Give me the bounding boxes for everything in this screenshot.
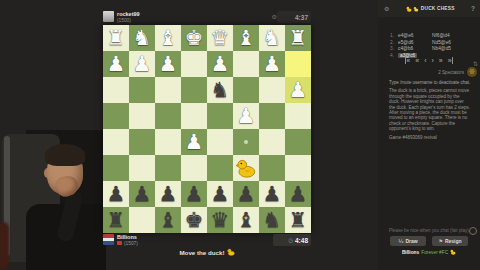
square-d3[interactable]: ♞ xyxy=(207,77,233,103)
chat-input[interactable]: Please be nice when you chat (fair play) xyxy=(389,228,469,233)
square-f1[interactable]: ♝ xyxy=(155,25,181,51)
black-pawn: ♟ xyxy=(181,181,207,207)
footer-club-name: Forever #FC xyxy=(421,250,448,255)
black-king: ♚ xyxy=(181,207,207,233)
square-a1[interactable]: ♜ xyxy=(285,25,311,51)
opponent-clock: 4:37 xyxy=(277,11,311,23)
square-f4[interactable] xyxy=(155,103,181,129)
square-d7[interactable]: ♟ xyxy=(207,181,233,207)
white-king: ♚ xyxy=(181,25,207,51)
square-a6[interactable] xyxy=(285,155,311,181)
square-e3[interactable] xyxy=(181,77,207,103)
square-f7[interactable]: ♟ xyxy=(155,181,181,207)
move-list[interactable]: 1.e4@e6Nf6@d42.e5@d6Nd5@e63.c4@b6Nb4@d54… xyxy=(390,32,474,59)
white-move[interactable]: e4@e6 xyxy=(398,33,432,38)
black-move[interactable]: Nd5@e6 xyxy=(432,40,474,45)
square-a5[interactable] xyxy=(285,129,311,155)
white-pawn: ♟ xyxy=(103,51,129,77)
black-pawn: ♟ xyxy=(259,181,285,207)
white-pawn: ♟ xyxy=(233,103,259,129)
square-h8[interactable]: ♜ xyxy=(103,207,129,233)
duckling-icon xyxy=(413,6,419,12)
white-knight: ♞ xyxy=(129,25,155,51)
square-d8[interactable]: ♛ xyxy=(207,207,233,233)
stream-scene: rocket99 (1500) ⚙ 4:37 ♜♞♝♚♛♝♞♜♟♟♟♟♟♞♟♟♟… xyxy=(0,0,480,270)
square-h4[interactable] xyxy=(103,103,129,129)
square-h1[interactable]: ♜ xyxy=(103,25,129,51)
move-nav-controls: « « ‹ › » » xyxy=(388,57,470,64)
square-e5[interactable]: ♟ xyxy=(181,129,207,155)
opponent-rating: (1500) xyxy=(117,18,131,23)
square-g4[interactable] xyxy=(129,103,155,129)
white-bishop: ♝ xyxy=(155,25,181,51)
square-c7[interactable]: ♟ xyxy=(233,181,259,207)
nav-back-button[interactable]: ‹ xyxy=(424,57,426,64)
move-row: 3.c4@b6Nb4@d5 xyxy=(390,46,474,53)
duck-icon xyxy=(406,6,412,12)
black-pawn: ♟ xyxy=(207,181,233,207)
resign-button[interactable]: ⚑ Resign xyxy=(432,236,468,246)
opponent-bar: rocket99 (1500) ⚙ 4:37 xyxy=(103,11,311,24)
black-rook: ♜ xyxy=(103,207,129,233)
square-f2[interactable]: ♟ xyxy=(155,51,181,77)
duck-icon xyxy=(227,248,235,256)
white-bishop: ♝ xyxy=(233,25,259,51)
square-c5[interactable] xyxy=(233,129,259,155)
spectator-badge xyxy=(467,67,477,77)
white-pawn: ♟ xyxy=(259,51,285,77)
chat-tip: Type /mute username to deactivate chat. xyxy=(389,80,471,85)
white-rook: ♜ xyxy=(285,25,311,51)
square-b7[interactable]: ♟ xyxy=(259,181,285,207)
chess-board[interactable]: ♜♞♝♚♛♝♞♜♟♟♟♟♟♞♟♟♟♟♟♟♟♟♟♟♟♜♝♚♛♝♞♜ xyxy=(103,25,311,233)
square-f5[interactable] xyxy=(155,129,181,155)
square-h3[interactable] xyxy=(103,77,129,103)
streamer-hair xyxy=(45,144,85,166)
square-b5[interactable] xyxy=(259,129,285,155)
variant-description: Type /mute username to deactivate chat. … xyxy=(389,80,471,140)
game-note: Game #4893069 revival xyxy=(389,135,471,140)
black-pawn: ♟ xyxy=(103,181,129,207)
square-d2[interactable]: ♟ xyxy=(207,51,233,77)
black-pawn: ♟ xyxy=(233,181,259,207)
nav-first-button[interactable]: « xyxy=(405,57,410,64)
square-c1[interactable]: ♝ xyxy=(233,25,259,51)
square-c8[interactable]: ♝ xyxy=(233,207,259,233)
opponent-name: rocket99 xyxy=(117,11,140,17)
emoji-picker-icon[interactable] xyxy=(469,227,477,235)
clock-icon: ◷ xyxy=(288,237,293,243)
square-f3[interactable] xyxy=(155,77,181,103)
nav-fast-back-button[interactable]: « xyxy=(415,57,419,64)
square-e6[interactable] xyxy=(181,155,207,181)
panel-header: ⚙ DUCK CHESS ? xyxy=(378,0,480,17)
draw-button[interactable]: ½ Draw xyxy=(390,236,426,246)
square-g6[interactable] xyxy=(129,155,155,181)
square-d6[interactable] xyxy=(207,155,233,181)
move-the-duck-prompt: Move the duck! xyxy=(103,248,311,256)
black-pawn: ♟ xyxy=(155,181,181,207)
square-c4[interactable]: ♟ xyxy=(233,103,259,129)
square-b1[interactable]: ♞ xyxy=(259,25,285,51)
black-pawn: ♟ xyxy=(285,181,311,207)
footer-player-name: Billions xyxy=(402,250,419,255)
spectators-count[interactable]: 2 Spectators xyxy=(438,70,464,75)
square-g8[interactable] xyxy=(129,207,155,233)
player-club-line: Billions Forever #FC xyxy=(378,249,480,255)
square-a3[interactable]: ♟ xyxy=(285,77,311,103)
square-e2[interactable] xyxy=(181,51,207,77)
square-c2[interactable] xyxy=(233,51,259,77)
opponent-avatar xyxy=(103,11,114,22)
square-h7[interactable]: ♟ xyxy=(103,181,129,207)
white-queen: ♛ xyxy=(207,25,233,51)
black-move[interactable]: Nf6@d4 xyxy=(432,33,474,38)
square-h2[interactable]: ♟ xyxy=(103,51,129,77)
square-b8[interactable]: ♞ xyxy=(259,207,285,233)
duck-piece[interactable] xyxy=(236,158,256,178)
draw-half-icon: ½ xyxy=(398,238,403,244)
square-h5[interactable] xyxy=(103,129,129,155)
square-c3[interactable] xyxy=(233,77,259,103)
square-g2[interactable]: ♟ xyxy=(129,51,155,77)
help-icon[interactable]: ? xyxy=(471,5,475,12)
square-e4[interactable] xyxy=(181,103,207,129)
black-queen: ♛ xyxy=(207,207,233,233)
white-move[interactable]: e5@d6 xyxy=(398,40,432,45)
square-e1[interactable]: ♚ xyxy=(181,25,207,51)
black-knight: ♞ xyxy=(259,207,285,233)
move-number: 2. xyxy=(390,40,398,45)
move-number: 3. xyxy=(390,46,398,51)
square-g3[interactable] xyxy=(129,77,155,103)
square-a8[interactable]: ♜ xyxy=(285,207,311,233)
nav-last-button[interactable]: » xyxy=(448,57,453,64)
black-move[interactable]: Nb4@d5 xyxy=(432,46,474,51)
square-f8[interactable]: ♝ xyxy=(155,207,181,233)
square-b2[interactable]: ♟ xyxy=(259,51,285,77)
resign-flag-icon: ⚑ xyxy=(438,238,442,244)
nav-fast-forward-button[interactable]: » xyxy=(439,57,443,64)
square-a2[interactable] xyxy=(285,51,311,77)
square-b6[interactable] xyxy=(259,155,285,181)
variant-title: DUCK CHESS xyxy=(389,6,471,12)
square-a7[interactable]: ♟ xyxy=(285,181,311,207)
square-e7[interactable]: ♟ xyxy=(181,181,207,207)
player-flag-icon xyxy=(117,241,122,245)
black-bishop: ♝ xyxy=(155,207,181,233)
game-action-buttons: ½ Draw ⚑ Resign xyxy=(378,236,480,246)
background-red-glow xyxy=(0,222,9,270)
move-row: 1.e4@e6Nf6@d4 xyxy=(390,32,474,39)
white-pawn: ♟ xyxy=(155,51,181,77)
square-h6[interactable] xyxy=(103,155,129,181)
rules-text: The duck is a brick, pieces cannot move … xyxy=(389,88,471,131)
player-avatar xyxy=(103,234,114,245)
square-g1[interactable]: ♞ xyxy=(129,25,155,51)
webcam-overlay xyxy=(0,130,106,270)
player-clock: ◷ 4:48 xyxy=(273,234,311,246)
white-pawn: ♟ xyxy=(181,129,207,155)
square-f6[interactable] xyxy=(155,155,181,181)
square-g7[interactable]: ♟ xyxy=(129,181,155,207)
square-b3[interactable] xyxy=(259,77,285,103)
square-d5[interactable] xyxy=(207,129,233,155)
flip-board-icon[interactable]: ⇅ xyxy=(473,60,478,67)
square-d4[interactable] xyxy=(207,103,233,129)
square-d1[interactable]: ♛ xyxy=(207,25,233,51)
square-g5[interactable] xyxy=(129,129,155,155)
move-number: 1. xyxy=(390,33,398,38)
player-name: Billions xyxy=(117,234,137,240)
black-knight: ♞ xyxy=(207,77,233,103)
black-pawn: ♟ xyxy=(129,181,155,207)
game-side-panel: ⚙ DUCK CHESS ? 1.e4@e6Nf6@d42.e5@d6Nd5@e… xyxy=(378,0,480,270)
white-pawn: ♟ xyxy=(207,51,233,77)
duck-icon xyxy=(450,249,456,255)
white-move[interactable]: c4@b6 xyxy=(398,46,432,51)
move-hint-dot xyxy=(244,140,248,144)
square-b4[interactable] xyxy=(259,103,285,129)
player-bar: Billions (1507) ◷ 4:48 xyxy=(103,234,311,247)
white-knight: ♞ xyxy=(259,25,285,51)
square-a4[interactable] xyxy=(285,103,311,129)
nav-forward-button[interactable]: › xyxy=(432,57,434,64)
white-pawn: ♟ xyxy=(129,51,155,77)
move-row: 2.e5@d6Nd5@e6 xyxy=(390,39,474,46)
black-rook: ♜ xyxy=(285,207,311,233)
square-c6[interactable] xyxy=(233,155,259,181)
square-e8[interactable]: ♚ xyxy=(181,207,207,233)
white-pawn: ♟ xyxy=(285,77,311,103)
white-rook: ♜ xyxy=(103,25,129,51)
player-rating: (1507) xyxy=(124,241,138,246)
black-bishop: ♝ xyxy=(233,207,259,233)
